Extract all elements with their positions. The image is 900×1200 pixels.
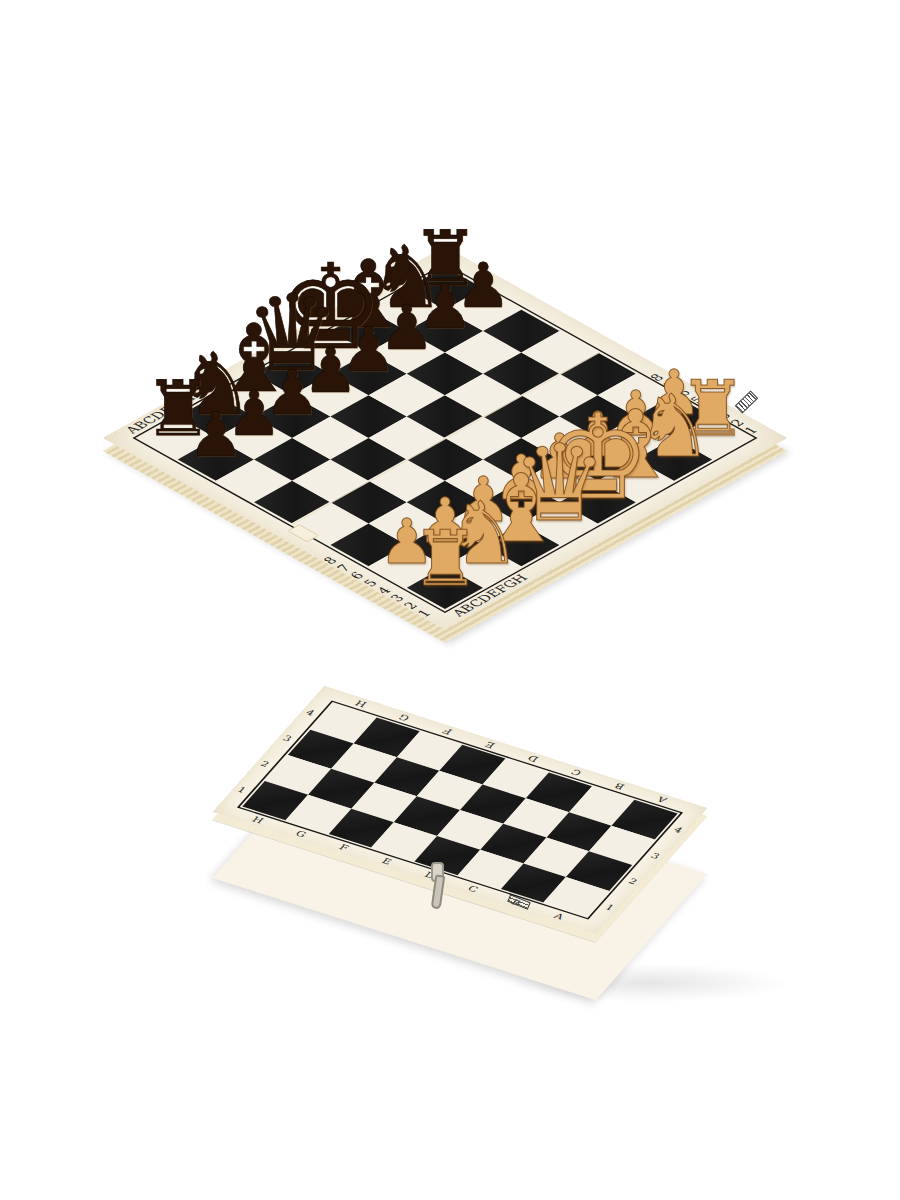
metal-clasp xyxy=(424,862,446,914)
box-top-face: HGFEDCBA HGFEDCBA 1234 1234 xyxy=(243,739,677,882)
closed-chess-box: HGFEDCBA HGFEDCBA 1234 1234 xyxy=(0,0,900,1200)
